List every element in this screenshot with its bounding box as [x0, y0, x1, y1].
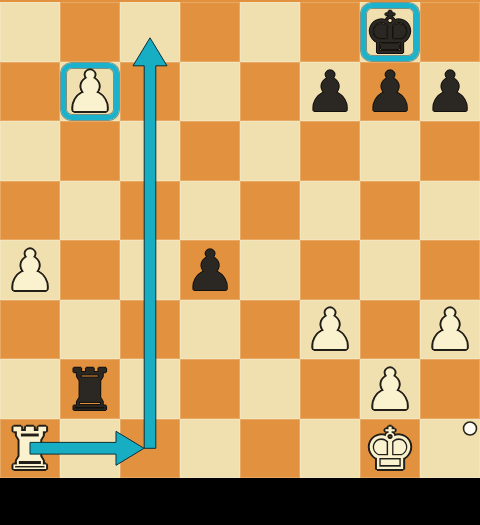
square-e1[interactable] [240, 419, 300, 479]
square-f1[interactable] [300, 419, 360, 479]
square-h8[interactable] [420, 2, 480, 62]
square-b4[interactable] [60, 240, 120, 300]
piece-black-king[interactable]: ♚ [364, 4, 416, 62]
square-a2[interactable] [0, 359, 60, 419]
chess-board[interactable]: ♚♟♟♟♟♟♟♟♟♜♟♜♚ [0, 2, 480, 478]
square-d1[interactable] [180, 419, 240, 479]
square-a8[interactable] [0, 2, 60, 62]
square-b6[interactable] [60, 121, 120, 181]
square-h7[interactable]: ♟ [420, 62, 480, 122]
square-b8[interactable] [60, 2, 120, 62]
square-d7[interactable] [180, 62, 240, 122]
square-f8[interactable] [300, 2, 360, 62]
piece-black-pawn[interactable]: ♟ [365, 64, 415, 120]
piece-black-rook[interactable]: ♜ [64, 361, 116, 419]
square-f2[interactable] [300, 359, 360, 419]
square-h3[interactable]: ♟ [420, 300, 480, 360]
square-g8[interactable]: ♚ [360, 2, 420, 62]
square-g2[interactable]: ♟ [360, 359, 420, 419]
square-c1[interactable] [120, 419, 180, 479]
chess-app-viewport: ♚♟♟♟♟♟♟♟♟♜♟♜♚ [0, 0, 480, 525]
square-e4[interactable] [240, 240, 300, 300]
square-d8[interactable] [180, 2, 240, 62]
piece-white-pawn[interactable]: ♟ [305, 302, 355, 358]
square-c5[interactable] [120, 181, 180, 241]
square-e8[interactable] [240, 2, 300, 62]
square-g7[interactable]: ♟ [360, 62, 420, 122]
square-f3[interactable]: ♟ [300, 300, 360, 360]
square-c4[interactable] [120, 240, 180, 300]
piece-white-pawn[interactable]: ♟ [5, 243, 55, 299]
square-a6[interactable] [0, 121, 60, 181]
square-g5[interactable] [360, 181, 420, 241]
square-d6[interactable] [180, 121, 240, 181]
square-h1[interactable] [420, 419, 480, 479]
square-e5[interactable] [240, 181, 300, 241]
piece-white-pawn[interactable]: ♟ [65, 64, 115, 120]
square-a1[interactable]: ♜ [0, 419, 60, 479]
square-d4[interactable]: ♟ [180, 240, 240, 300]
square-c8[interactable] [120, 2, 180, 62]
square-a4[interactable]: ♟ [0, 240, 60, 300]
square-e7[interactable] [240, 62, 300, 122]
piece-black-pawn[interactable]: ♟ [305, 64, 355, 120]
piece-white-pawn[interactable]: ♟ [425, 302, 475, 358]
square-g4[interactable] [360, 240, 420, 300]
square-h4[interactable] [420, 240, 480, 300]
square-a5[interactable] [0, 181, 60, 241]
square-h5[interactable] [420, 181, 480, 241]
square-e3[interactable] [240, 300, 300, 360]
square-b2[interactable]: ♜ [60, 359, 120, 419]
square-b3[interactable] [60, 300, 120, 360]
piece-white-king[interactable]: ♚ [364, 420, 416, 478]
square-g3[interactable] [360, 300, 420, 360]
square-g1[interactable]: ♚ [360, 419, 420, 479]
square-c2[interactable] [120, 359, 180, 419]
square-e6[interactable] [240, 121, 300, 181]
piece-black-pawn[interactable]: ♟ [185, 243, 235, 299]
square-d3[interactable] [180, 300, 240, 360]
square-b1[interactable] [60, 419, 120, 479]
square-f6[interactable] [300, 121, 360, 181]
piece-white-pawn[interactable]: ♟ [365, 362, 415, 418]
square-a3[interactable] [0, 300, 60, 360]
square-b5[interactable] [60, 181, 120, 241]
letterbox-bar [0, 478, 480, 525]
square-d2[interactable] [180, 359, 240, 419]
piece-black-pawn[interactable]: ♟ [425, 64, 475, 120]
square-h6[interactable] [420, 121, 480, 181]
square-f7[interactable]: ♟ [300, 62, 360, 122]
square-c3[interactable] [120, 300, 180, 360]
square-e2[interactable] [240, 359, 300, 419]
square-g6[interactable] [360, 121, 420, 181]
square-f5[interactable] [300, 181, 360, 241]
square-h2[interactable] [420, 359, 480, 419]
square-d5[interactable] [180, 181, 240, 241]
square-a7[interactable] [0, 62, 60, 122]
square-f4[interactable] [300, 240, 360, 300]
square-b7[interactable]: ♟ [60, 62, 120, 122]
piece-white-rook[interactable]: ♜ [4, 420, 56, 478]
square-c7[interactable] [120, 62, 180, 122]
square-c6[interactable] [120, 121, 180, 181]
